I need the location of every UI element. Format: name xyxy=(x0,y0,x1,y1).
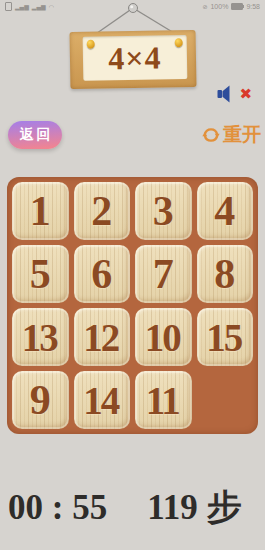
tile-2[interactable]: 2 xyxy=(74,182,131,240)
tile-6[interactable]: 6 xyxy=(74,245,131,303)
restart-button[interactable]: 重开 xyxy=(202,123,261,147)
sign-panel: 4×4 xyxy=(83,35,188,81)
speaker-icon xyxy=(217,84,237,104)
refresh-icon xyxy=(202,126,220,144)
signal-icon: ▂▄▆ xyxy=(15,0,29,13)
tile-5[interactable]: 5 xyxy=(12,245,69,303)
step-counter: 119 步 xyxy=(147,484,242,531)
puzzle-board: 123456781312101591411 xyxy=(7,177,258,434)
status-right-icons: ⊘ 100% 9:58 xyxy=(202,0,260,13)
tile-12[interactable]: 12 xyxy=(74,308,131,366)
tile-10[interactable]: 10 xyxy=(135,308,192,366)
restart-button-label: 重开 xyxy=(223,122,261,148)
sound-toggle[interactable]: ✖ xyxy=(217,84,252,104)
empty-cell xyxy=(197,371,254,429)
battery-icon xyxy=(231,3,243,10)
signal2-icon: ▂▄▆ xyxy=(32,0,46,13)
sim-icon xyxy=(5,2,12,11)
tile-7[interactable]: 7 xyxy=(135,245,192,303)
tile-14[interactable]: 14 xyxy=(74,371,131,429)
back-button[interactable]: 返回 xyxy=(8,121,62,149)
step-count-value: 119 xyxy=(147,488,198,528)
tile-8[interactable]: 8 xyxy=(197,245,254,303)
tile-15[interactable]: 15 xyxy=(197,308,254,366)
tile-4[interactable]: 4 xyxy=(197,182,254,240)
mute-bell-icon: ⊘ xyxy=(202,0,207,13)
stats-bar: 00 : 55 119 步 xyxy=(0,484,265,531)
wifi-icon: ◠ xyxy=(49,0,54,13)
tile-1[interactable]: 1 xyxy=(12,182,69,240)
back-button-label: 返回 xyxy=(17,126,54,144)
step-unit-label: 步 xyxy=(207,484,242,531)
tile-9[interactable]: 9 xyxy=(12,371,69,429)
tile-11[interactable]: 11 xyxy=(135,371,192,429)
status-left-icons: ▂▄▆ ▂▄▆ ◠ xyxy=(5,0,54,13)
tile-13[interactable]: 13 xyxy=(12,308,69,366)
puzzle-size-title: 4×4 xyxy=(108,39,162,77)
battery-percent: 100% xyxy=(210,0,228,13)
clock-time: 9:58 xyxy=(246,0,260,13)
sign-pin-right-icon xyxy=(175,38,183,47)
title-sign: 4×4 xyxy=(70,30,197,89)
app-screen: ▂▄▆ ▂▄▆ ◠ ⊘ 100% 9:58 4×4 ✖ xyxy=(0,0,265,550)
mute-x-icon: ✖ xyxy=(239,87,252,102)
timer: 00 : 55 xyxy=(8,488,107,528)
tile-3[interactable]: 3 xyxy=(135,182,192,240)
sign-pin-left-icon xyxy=(87,40,95,49)
